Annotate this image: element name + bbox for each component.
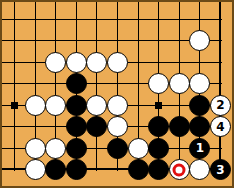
move-number-label: 4 <box>216 121 224 133</box>
white-stone <box>25 95 46 116</box>
go-diagram: 2413 <box>0 0 234 188</box>
white-stone-marked <box>169 159 190 180</box>
white-stone <box>189 73 210 94</box>
white-stone <box>25 159 46 180</box>
white-stone <box>128 138 149 159</box>
move-number-label: 2 <box>216 99 224 111</box>
white-stone <box>169 73 190 94</box>
move-number-label: 1 <box>196 142 204 154</box>
hoshi-point <box>11 102 18 109</box>
white-stone <box>107 52 128 73</box>
black-stone <box>66 73 87 94</box>
black-stone <box>169 116 190 137</box>
grid-vline <box>96 2 97 171</box>
black-stone <box>189 116 210 137</box>
black-stone <box>86 116 107 137</box>
white-stone <box>86 52 107 73</box>
white-stone <box>25 138 46 159</box>
white-stone <box>189 159 210 180</box>
go-board: 2413 <box>2 2 232 186</box>
white-stone <box>45 95 66 116</box>
white-stone-move-2: 2 <box>210 95 231 116</box>
black-stone <box>66 159 87 180</box>
grid-vline <box>219 2 221 171</box>
grid-hline <box>2 19 222 20</box>
black-stone <box>107 138 128 159</box>
white-stone <box>107 95 128 116</box>
black-stone-move-3: 3 <box>210 159 231 180</box>
white-stone <box>66 52 87 73</box>
black-stone-move-1: 1 <box>189 138 210 159</box>
white-stone-move-4: 4 <box>210 116 231 137</box>
white-stone <box>45 138 66 159</box>
white-stone <box>86 95 107 116</box>
grid-vline <box>14 2 15 171</box>
red-circle-marker <box>173 163 186 176</box>
black-stone <box>148 116 169 137</box>
white-stone <box>107 116 128 137</box>
black-stone <box>128 159 149 180</box>
black-stone <box>148 138 169 159</box>
black-stone <box>66 138 87 159</box>
white-stone <box>189 30 210 51</box>
white-stone <box>45 52 66 73</box>
move-number-label: 3 <box>216 164 224 176</box>
hoshi-point <box>155 102 162 109</box>
white-stone <box>148 73 169 94</box>
black-stone <box>66 95 87 116</box>
black-stone <box>45 159 66 180</box>
black-stone <box>148 159 169 180</box>
black-stone <box>189 95 210 116</box>
black-stone <box>66 116 87 137</box>
